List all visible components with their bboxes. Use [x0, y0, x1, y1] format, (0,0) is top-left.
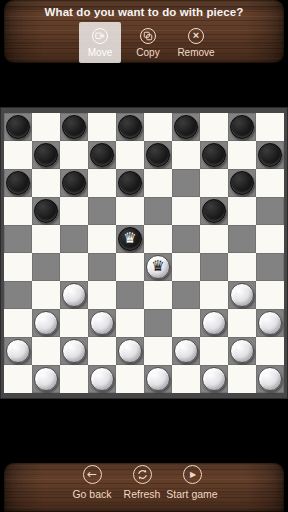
go-back-label: Go back: [72, 488, 111, 500]
board-square[interactable]: [200, 141, 228, 169]
back-arrow-icon: ←: [83, 465, 102, 484]
black-man[interactable]: [34, 143, 58, 167]
board-square[interactable]: [144, 141, 172, 169]
board-square[interactable]: [200, 169, 228, 197]
black-man[interactable]: [174, 115, 198, 139]
black-man[interactable]: [258, 143, 282, 167]
board-square[interactable]: [88, 253, 116, 281]
board-square[interactable]: [200, 197, 228, 225]
board-square[interactable]: [116, 365, 144, 393]
board-square[interactable]: ♛: [144, 253, 172, 281]
board-square[interactable]: [32, 309, 60, 337]
board-square[interactable]: [172, 169, 200, 197]
board-square[interactable]: [88, 197, 116, 225]
board-square[interactable]: [144, 169, 172, 197]
black-king[interactable]: ♛: [118, 227, 142, 251]
white-man[interactable]: [34, 311, 58, 335]
board-square[interactable]: [32, 197, 60, 225]
dialog-title: What do you want to do with piece?: [4, 6, 284, 18]
black-man[interactable]: [62, 171, 86, 195]
black-man[interactable]: [90, 143, 114, 167]
board-square[interactable]: [60, 309, 88, 337]
white-man[interactable]: [258, 311, 282, 335]
board-square[interactable]: [200, 253, 228, 281]
board-square[interactable]: [172, 337, 200, 365]
board-square[interactable]: [32, 253, 60, 281]
white-man[interactable]: [202, 367, 226, 391]
go-back-button[interactable]: ← Go back: [70, 465, 114, 500]
board-square[interactable]: [172, 141, 200, 169]
board-square[interactable]: [116, 281, 144, 309]
board-square[interactable]: [32, 281, 60, 309]
board-square[interactable]: [228, 309, 256, 337]
board-square[interactable]: [228, 281, 256, 309]
board-square[interactable]: [256, 197, 284, 225]
board-square[interactable]: [60, 113, 88, 141]
board-square[interactable]: [60, 225, 88, 253]
board-square[interactable]: [4, 113, 32, 141]
board-square[interactable]: [256, 169, 284, 197]
board-square[interactable]: [4, 225, 32, 253]
board-square[interactable]: [60, 197, 88, 225]
board-square[interactable]: [256, 281, 284, 309]
board-square[interactable]: [4, 141, 32, 169]
refresh-icon: [133, 465, 152, 484]
move-button[interactable]: Move: [79, 22, 121, 63]
board-square[interactable]: [172, 365, 200, 393]
board-square[interactable]: [60, 169, 88, 197]
black-man[interactable]: [230, 171, 254, 195]
white-man[interactable]: [90, 367, 114, 391]
board-square[interactable]: [200, 281, 228, 309]
board-square[interactable]: [32, 365, 60, 393]
board-square[interactable]: [88, 113, 116, 141]
board-square[interactable]: [144, 337, 172, 365]
board-square[interactable]: [256, 253, 284, 281]
board-square[interactable]: [228, 365, 256, 393]
board-square[interactable]: [4, 281, 32, 309]
white-man[interactable]: [146, 367, 170, 391]
board-square[interactable]: [4, 197, 32, 225]
board-square[interactable]: [88, 141, 116, 169]
white-man[interactable]: [230, 283, 254, 307]
remove-icon: ×: [188, 28, 204, 44]
board-square[interactable]: [4, 253, 32, 281]
checkers-board: ♛♛: [0, 107, 288, 399]
board-square[interactable]: [88, 169, 116, 197]
board-square[interactable]: [144, 197, 172, 225]
play-icon: ▶: [183, 465, 202, 484]
bottom-action-row: ← Go back Refresh ▶ Start game: [70, 465, 214, 500]
copy-button-label: Copy: [136, 47, 159, 58]
white-man[interactable]: [62, 283, 86, 307]
board-square[interactable]: [116, 197, 144, 225]
board-square[interactable]: [32, 337, 60, 365]
board-square[interactable]: [32, 113, 60, 141]
board-square[interactable]: [116, 309, 144, 337]
black-man[interactable]: [202, 143, 226, 167]
board-square[interactable]: [228, 113, 256, 141]
white-man[interactable]: [258, 367, 282, 391]
copy-button[interactable]: Copy: [127, 22, 169, 63]
board-square[interactable]: [4, 365, 32, 393]
white-man[interactable]: [6, 339, 30, 363]
board-square[interactable]: [256, 225, 284, 253]
board-square[interactable]: [60, 281, 88, 309]
remove-button[interactable]: × Remove: [175, 22, 217, 63]
board-square[interactable]: [60, 253, 88, 281]
board-square[interactable]: [60, 337, 88, 365]
board-square[interactable]: [60, 141, 88, 169]
board-square[interactable]: [228, 253, 256, 281]
board-square[interactable]: [228, 225, 256, 253]
board-square[interactable]: [172, 253, 200, 281]
dialog-action-row: Move Copy × Remove: [79, 22, 217, 63]
black-man[interactable]: [62, 115, 86, 139]
board-grid: ♛♛: [4, 113, 284, 393]
white-man[interactable]: [230, 339, 254, 363]
refresh-label: Refresh: [124, 488, 161, 500]
piece-action-dialog: What do you want to do with piece? Move …: [4, 0, 284, 63]
white-man[interactable]: [118, 339, 142, 363]
board-square[interactable]: [200, 113, 228, 141]
board-square[interactable]: [228, 197, 256, 225]
board-square[interactable]: [172, 281, 200, 309]
board-square[interactable]: [60, 365, 88, 393]
board-square[interactable]: [116, 253, 144, 281]
board-square[interactable]: [228, 169, 256, 197]
board-square[interactable]: [256, 113, 284, 141]
board-square[interactable]: [144, 365, 172, 393]
board-square[interactable]: [172, 225, 200, 253]
board-square[interactable]: [88, 281, 116, 309]
black-man[interactable]: [6, 115, 30, 139]
start-game-button[interactable]: ▶ Start game: [170, 465, 214, 500]
board-square[interactable]: [172, 197, 200, 225]
black-man[interactable]: [118, 115, 142, 139]
black-man[interactable]: [146, 143, 170, 167]
black-man[interactable]: [230, 115, 254, 139]
board-square[interactable]: [256, 141, 284, 169]
board-square[interactable]: [32, 141, 60, 169]
board-square[interactable]: [200, 337, 228, 365]
white-man[interactable]: [34, 367, 58, 391]
board-square[interactable]: [4, 337, 32, 365]
board-square[interactable]: [32, 169, 60, 197]
board-square[interactable]: [256, 337, 284, 365]
black-man[interactable]: [118, 171, 142, 195]
black-man[interactable]: [6, 171, 30, 195]
board-square[interactable]: [256, 309, 284, 337]
board-square[interactable]: [88, 225, 116, 253]
remove-button-label: Remove: [177, 47, 214, 58]
board-square[interactable]: [116, 169, 144, 197]
board-square[interactable]: [144, 309, 172, 337]
board-square[interactable]: [144, 113, 172, 141]
board-square[interactable]: [144, 281, 172, 309]
board-square[interactable]: [88, 365, 116, 393]
move-button-label: Move: [88, 47, 112, 58]
board-square[interactable]: [4, 169, 32, 197]
start-game-label: Start game: [166, 488, 217, 500]
white-man[interactable]: [202, 311, 226, 335]
board-square[interactable]: [200, 365, 228, 393]
board-square[interactable]: [172, 113, 200, 141]
board-square[interactable]: [228, 337, 256, 365]
copy-icon: [140, 28, 156, 44]
black-man[interactable]: [34, 199, 58, 223]
board-square[interactable]: [32, 225, 60, 253]
board-square[interactable]: [88, 337, 116, 365]
refresh-button[interactable]: Refresh: [120, 465, 164, 500]
board-square[interactable]: [200, 309, 228, 337]
board-square[interactable]: [144, 225, 172, 253]
white-man[interactable]: [90, 311, 114, 335]
board-square[interactable]: ♛: [116, 225, 144, 253]
white-man[interactable]: [62, 339, 86, 363]
board-square[interactable]: [256, 365, 284, 393]
white-man[interactable]: [174, 339, 198, 363]
board-square[interactable]: [4, 309, 32, 337]
board-square[interactable]: [228, 141, 256, 169]
black-man[interactable]: [202, 199, 226, 223]
board-square[interactable]: [200, 225, 228, 253]
board-square[interactable]: [116, 141, 144, 169]
board-square[interactable]: [88, 309, 116, 337]
board-square[interactable]: [172, 309, 200, 337]
move-icon: [92, 28, 108, 44]
white-king[interactable]: ♛: [146, 255, 170, 279]
board-square[interactable]: [116, 337, 144, 365]
board-square[interactable]: [116, 113, 144, 141]
